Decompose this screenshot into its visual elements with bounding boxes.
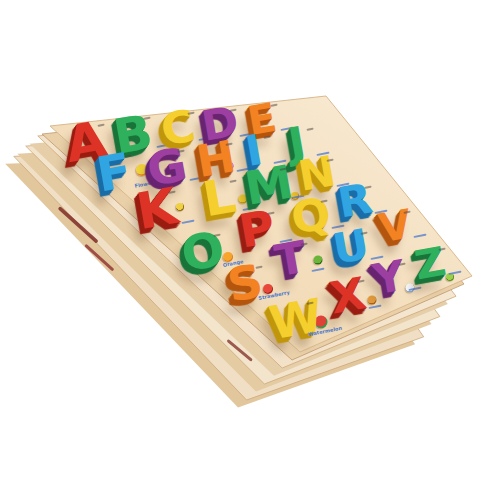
phonetic-mark [364,185,371,188]
letter-tile-O[interactable]: O [178,224,229,279]
letter-tile-U[interactable]: U [330,223,373,271]
word-label-illegible [369,305,382,310]
phonetic-mark [306,127,313,130]
letter-tile-W[interactable]: W [266,292,326,347]
turtle-illustration-icon [314,256,323,265]
word-label-illegible [312,268,325,273]
puzzle-letters-layer: ABCDEFFlowerGHIJKLMNOOrangePQRSStrawberr… [0,0,500,500]
letter-tile-K[interactable]: K [133,181,182,237]
letter-tile-Y[interactable]: Y [370,255,409,302]
phonetic-mark [230,179,237,182]
phonetic-mark [398,262,405,265]
word-label-illegible [413,234,426,239]
letter-tile-R[interactable]: R [335,177,376,224]
product-photo: ABCDEFFlowerGHIJKLMNOOrangePQRSStrawberr… [0,0,500,500]
